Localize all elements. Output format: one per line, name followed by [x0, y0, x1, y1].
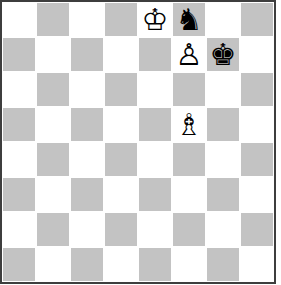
- square-g3[interactable]: [206, 177, 240, 212]
- square-e4[interactable]: [138, 142, 172, 177]
- square-h2[interactable]: [240, 212, 274, 247]
- square-b7[interactable]: [36, 37, 70, 72]
- square-h1[interactable]: [240, 247, 274, 282]
- square-c3[interactable]: [70, 177, 104, 212]
- chessboard: ♔♞♙♚♗: [0, 0, 276, 284]
- square-a7[interactable]: [2, 37, 36, 72]
- square-g4[interactable]: [206, 142, 240, 177]
- square-h5[interactable]: [240, 107, 274, 142]
- square-b2[interactable]: [36, 212, 70, 247]
- square-d5[interactable]: [104, 107, 138, 142]
- square-c2[interactable]: [70, 212, 104, 247]
- square-b8[interactable]: [36, 2, 70, 37]
- square-f3[interactable]: [172, 177, 206, 212]
- square-b1[interactable]: [36, 247, 70, 282]
- square-a1[interactable]: [2, 247, 36, 282]
- square-h4[interactable]: [240, 142, 274, 177]
- piece-white-pawn: ♙: [176, 37, 203, 72]
- square-e2[interactable]: [138, 212, 172, 247]
- square-e5[interactable]: [138, 107, 172, 142]
- square-d4[interactable]: [104, 142, 138, 177]
- square-f4[interactable]: [172, 142, 206, 177]
- square-a2[interactable]: [2, 212, 36, 247]
- square-f6[interactable]: [172, 72, 206, 107]
- square-f5[interactable]: ♗: [172, 107, 206, 142]
- square-b4[interactable]: [36, 142, 70, 177]
- square-a5[interactable]: [2, 107, 36, 142]
- square-f1[interactable]: [172, 247, 206, 282]
- square-b3[interactable]: [36, 177, 70, 212]
- piece-black-knight: ♞: [176, 2, 203, 37]
- square-d7[interactable]: [104, 37, 138, 72]
- square-d3[interactable]: [104, 177, 138, 212]
- square-f8[interactable]: ♞: [172, 2, 206, 37]
- square-d8[interactable]: [104, 2, 138, 37]
- chess-diagram: ♔♞♙♚♗: [0, 0, 281, 285]
- square-e1[interactable]: [138, 247, 172, 282]
- square-a3[interactable]: [2, 177, 36, 212]
- square-a4[interactable]: [2, 142, 36, 177]
- square-e7[interactable]: [138, 37, 172, 72]
- piece-white-bishop: ♗: [176, 107, 203, 142]
- square-h3[interactable]: [240, 177, 274, 212]
- square-h7[interactable]: [240, 37, 274, 72]
- square-h6[interactable]: [240, 72, 274, 107]
- square-c6[interactable]: [70, 72, 104, 107]
- square-c8[interactable]: [70, 2, 104, 37]
- square-g7[interactable]: ♚: [206, 37, 240, 72]
- square-g1[interactable]: [206, 247, 240, 282]
- square-b6[interactable]: [36, 72, 70, 107]
- square-g5[interactable]: [206, 107, 240, 142]
- square-f2[interactable]: [172, 212, 206, 247]
- square-c5[interactable]: [70, 107, 104, 142]
- square-g8[interactable]: [206, 2, 240, 37]
- square-e8[interactable]: ♔: [138, 2, 172, 37]
- square-a6[interactable]: [2, 72, 36, 107]
- square-e3[interactable]: [138, 177, 172, 212]
- square-h8[interactable]: [240, 2, 274, 37]
- square-a8[interactable]: [2, 2, 36, 37]
- square-g2[interactable]: [206, 212, 240, 247]
- square-d1[interactable]: [104, 247, 138, 282]
- square-d6[interactable]: [104, 72, 138, 107]
- square-d2[interactable]: [104, 212, 138, 247]
- square-g6[interactable]: [206, 72, 240, 107]
- piece-black-king: ♚: [210, 37, 237, 72]
- square-b5[interactable]: [36, 107, 70, 142]
- square-c1[interactable]: [70, 247, 104, 282]
- square-c7[interactable]: [70, 37, 104, 72]
- square-c4[interactable]: [70, 142, 104, 177]
- square-e6[interactable]: [138, 72, 172, 107]
- square-f7[interactable]: ♙: [172, 37, 206, 72]
- piece-white-king: ♔: [142, 2, 169, 37]
